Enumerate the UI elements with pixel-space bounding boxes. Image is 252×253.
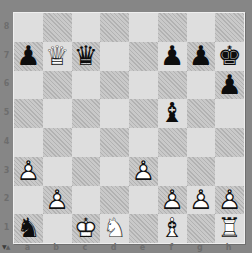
- file-labels: abcdefgh: [13, 243, 243, 253]
- white-piece-outline: ♙: [158, 186, 187, 215]
- white-to-move-triangle-icon: ▲: [6, 243, 10, 250]
- rank-labels: 87654321: [0, 12, 13, 242]
- square-h4[interactable]: [215, 128, 244, 157]
- square-b3[interactable]: [43, 157, 72, 186]
- square-c6[interactable]: [72, 71, 101, 100]
- square-f1[interactable]: ♝♗: [158, 214, 187, 243]
- square-h5[interactable]: [215, 99, 244, 128]
- square-a8[interactable]: [14, 13, 43, 42]
- square-h1[interactable]: ♜♖: [215, 214, 244, 243]
- square-e3[interactable]: ♟♙: [129, 157, 158, 186]
- black-queen-piece[interactable]: ♛: [72, 42, 101, 71]
- square-d1[interactable]: ♞♘: [100, 214, 129, 243]
- square-d8[interactable]: [100, 13, 129, 42]
- square-b2[interactable]: ♟♙: [43, 186, 72, 215]
- square-g7[interactable]: ♟: [187, 42, 216, 71]
- file-label-f: f: [157, 243, 186, 253]
- square-h7[interactable]: ♚: [215, 42, 244, 71]
- square-g1[interactable]: [187, 214, 216, 243]
- square-e5[interactable]: [129, 99, 158, 128]
- file-label-c: c: [71, 243, 100, 253]
- square-d2[interactable]: [100, 186, 129, 215]
- file-label-d: d: [99, 243, 128, 253]
- square-c7[interactable]: ♛: [72, 42, 101, 71]
- chess-board[interactable]: ♟♛♕♛♟♟♚♟♝♟♙♟♙♟♙♟♙♟♙♟♙♞♚♔♞♘♝♗♜♖: [13, 12, 245, 244]
- white-pawn-piece[interactable]: ♟♙: [43, 186, 72, 215]
- square-e4[interactable]: [129, 128, 158, 157]
- black-knight-piece[interactable]: ♞: [14, 214, 43, 243]
- square-f8[interactable]: [158, 13, 187, 42]
- white-rook-piece[interactable]: ♜♖: [215, 214, 244, 243]
- square-d4[interactable]: [100, 128, 129, 157]
- white-pawn-piece[interactable]: ♟♙: [158, 186, 187, 215]
- square-b7[interactable]: ♛♕: [43, 42, 72, 71]
- square-c5[interactable]: [72, 99, 101, 128]
- white-pawn-piece[interactable]: ♟♙: [129, 157, 158, 186]
- white-queen-piece[interactable]: ♛♕: [43, 42, 72, 71]
- square-h3[interactable]: [215, 157, 244, 186]
- square-c8[interactable]: [72, 13, 101, 42]
- rank-label-7: 7: [0, 41, 13, 70]
- square-e8[interactable]: [129, 13, 158, 42]
- file-label-a: a: [13, 243, 42, 253]
- square-c1[interactable]: ♚♔: [72, 214, 101, 243]
- white-piece-outline: ♙: [215, 186, 244, 215]
- square-g3[interactable]: [187, 157, 216, 186]
- file-label-e: e: [128, 243, 157, 253]
- white-king-piece[interactable]: ♚♔: [72, 214, 101, 243]
- black-king-piece[interactable]: ♚: [215, 42, 244, 71]
- square-d7[interactable]: [100, 42, 129, 71]
- rank-label-5: 5: [0, 98, 13, 127]
- square-f7[interactable]: ♟: [158, 42, 187, 71]
- black-pawn-piece[interactable]: ♟: [187, 42, 216, 71]
- black-pawn-piece[interactable]: ♟: [14, 42, 43, 71]
- white-piece-outline: ♕: [43, 42, 72, 71]
- square-h2[interactable]: ♟♙: [215, 186, 244, 215]
- rank-label-4: 4: [0, 127, 13, 156]
- square-b4[interactable]: [43, 128, 72, 157]
- square-a6[interactable]: [14, 71, 43, 100]
- square-g8[interactable]: [187, 13, 216, 42]
- white-piece-outline: ♗: [158, 214, 187, 243]
- white-piece-outline: ♘: [100, 214, 129, 243]
- square-c3[interactable]: [72, 157, 101, 186]
- black-pawn-piece[interactable]: ♟: [158, 42, 187, 71]
- square-c4[interactable]: [72, 128, 101, 157]
- square-g4[interactable]: [187, 128, 216, 157]
- square-a3[interactable]: ♟♙: [14, 157, 43, 186]
- side-to-move-indicator: ▼▲: [2, 242, 14, 252]
- chess-diagram: 87654321 ♟♛♕♛♟♟♚♟♝♟♙♟♙♟♙♟♙♟♙♟♙♞♚♔♞♘♝♗♜♖ …: [0, 0, 252, 253]
- square-f5[interactable]: ♝: [158, 99, 187, 128]
- square-a2[interactable]: [14, 186, 43, 215]
- file-label-h: h: [214, 243, 243, 253]
- square-g5[interactable]: [187, 99, 216, 128]
- rank-label-3: 3: [0, 156, 13, 185]
- square-a4[interactable]: [14, 128, 43, 157]
- square-b8[interactable]: [43, 13, 72, 42]
- white-bishop-piece[interactable]: ♝♗: [158, 214, 187, 243]
- white-piece-outline: ♙: [14, 157, 43, 186]
- square-d5[interactable]: [100, 99, 129, 128]
- file-label-b: b: [42, 243, 71, 253]
- square-a1[interactable]: ♞: [14, 214, 43, 243]
- square-f2[interactable]: ♟♙: [158, 186, 187, 215]
- white-piece-outline: ♙: [129, 157, 158, 186]
- square-f3[interactable]: [158, 157, 187, 186]
- square-e7[interactable]: [129, 42, 158, 71]
- white-pawn-piece[interactable]: ♟♙: [14, 157, 43, 186]
- square-h8[interactable]: [215, 13, 244, 42]
- square-e1[interactable]: [129, 214, 158, 243]
- square-e6[interactable]: [129, 71, 158, 100]
- white-piece-outline: ♙: [43, 186, 72, 215]
- rank-label-8: 8: [0, 12, 13, 41]
- rank-label-1: 1: [0, 213, 13, 242]
- square-a7[interactable]: ♟: [14, 42, 43, 71]
- square-b1[interactable]: [43, 214, 72, 243]
- rank-label-6: 6: [0, 70, 13, 99]
- square-b5[interactable]: [43, 99, 72, 128]
- white-pawn-piece[interactable]: ♟♙: [215, 186, 244, 215]
- square-g2[interactable]: ♟♙: [187, 186, 216, 215]
- black-pawn-piece[interactable]: ♟: [215, 71, 244, 100]
- square-e2[interactable]: [129, 186, 158, 215]
- white-pawn-piece[interactable]: ♟♙: [187, 186, 216, 215]
- square-f6[interactable]: [158, 71, 187, 100]
- white-piece-outline: ♔: [72, 214, 101, 243]
- rank-label-2: 2: [0, 185, 13, 214]
- square-b6[interactable]: [43, 71, 72, 100]
- square-c2[interactable]: [72, 186, 101, 215]
- square-d6[interactable]: [100, 71, 129, 100]
- white-piece-outline: ♖: [215, 214, 244, 243]
- square-f4[interactable]: [158, 128, 187, 157]
- square-d3[interactable]: [100, 157, 129, 186]
- square-a5[interactable]: [14, 99, 43, 128]
- white-knight-piece[interactable]: ♞♘: [100, 214, 129, 243]
- square-g6[interactable]: [187, 71, 216, 100]
- file-label-g: g: [186, 243, 215, 253]
- black-bishop-piece[interactable]: ♝: [158, 99, 187, 128]
- white-piece-outline: ♙: [187, 186, 216, 215]
- square-h6[interactable]: ♟: [215, 71, 244, 100]
